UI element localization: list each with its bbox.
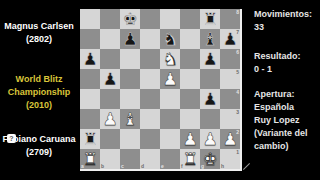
square-b6[interactable]	[100, 49, 120, 69]
black-pawn-a6[interactable]: ♟	[82, 50, 97, 69]
square-h1[interactable]: 1h	[220, 149, 240, 169]
square-c4[interactable]	[120, 89, 140, 109]
square-c1[interactable]: c	[120, 149, 140, 169]
result-label: Resultado:	[254, 50, 320, 63]
white-pawn-f2[interactable]: ♟	[182, 130, 197, 149]
square-e8[interactable]	[160, 9, 180, 29]
event-line1: World Blitz	[0, 73, 78, 86]
square-d7[interactable]	[140, 29, 160, 49]
square-a4[interactable]	[80, 89, 100, 109]
file-label-f: f	[181, 163, 183, 169]
square-h4[interactable]: 4	[220, 89, 240, 109]
square-c5[interactable]	[120, 69, 140, 89]
square-d3[interactable]	[140, 109, 160, 129]
player-bottom-rating: (2709)	[0, 146, 78, 159]
square-g5[interactable]	[200, 69, 220, 89]
white-pawn-b3[interactable]: ♟	[102, 110, 117, 129]
result-value: 0 - 1	[254, 63, 320, 76]
rank-label-8: 8	[236, 9, 239, 15]
white-king-g1[interactable]: ♚	[202, 150, 217, 169]
file-label-c: c	[121, 163, 124, 169]
white-pawn-g2[interactable]: ♟	[202, 130, 217, 149]
square-h5[interactable]: 5	[220, 69, 240, 89]
square-g1[interactable]: g♚	[200, 149, 220, 169]
square-g2[interactable]: ♟	[200, 129, 220, 149]
left-panel: Magnus Carlsen (2802) World Blitz Champi…	[0, 0, 78, 180]
white-bishop-c3[interactable]: ♝	[122, 110, 137, 129]
right-panel: Movimientos: 33 Resultado: 0 - 1 Apertur…	[254, 0, 320, 180]
square-f7[interactable]	[180, 29, 200, 49]
rank-label-1: 1	[236, 149, 239, 155]
square-c3[interactable]: ♝	[120, 109, 140, 129]
rank-label-4: 4	[236, 89, 239, 95]
chess-board[interactable]: ♚♜8♟♞♝7♟♟♞♟6♟♟5♟4♟♝3♜♟♟2♟a♜bcdef♜g♚1h	[80, 9, 242, 171]
square-f5[interactable]	[180, 69, 200, 89]
square-a2[interactable]: ♜	[80, 129, 100, 149]
square-f8[interactable]	[180, 9, 200, 29]
square-g8[interactable]: ♜	[200, 9, 220, 29]
rank-label-5: 5	[236, 69, 239, 75]
square-d8[interactable]	[140, 9, 160, 29]
square-h3[interactable]: 3	[220, 109, 240, 129]
black-pawn-g6[interactable]: ♟	[202, 50, 217, 69]
square-g3[interactable]	[200, 109, 220, 129]
rank-label-2: 2	[236, 129, 239, 135]
square-b1[interactable]: b	[100, 149, 120, 169]
white-rook-f1[interactable]: ♜	[182, 150, 197, 169]
square-d2[interactable]	[140, 129, 160, 149]
square-e2[interactable]	[160, 129, 180, 149]
rank-label-3: 3	[236, 109, 239, 115]
opening-line: (Variante del	[254, 127, 320, 140]
white-rook-a1[interactable]: ♜	[82, 150, 97, 169]
square-h7[interactable]: 7♟	[220, 29, 240, 49]
black-pawn-g4[interactable]: ♟	[202, 90, 217, 109]
square-h2[interactable]: 2♟	[220, 129, 240, 149]
file-label-b: b	[101, 163, 104, 169]
opening-line: Española	[254, 101, 320, 114]
square-h6[interactable]: 6	[220, 49, 240, 69]
square-b7[interactable]	[100, 29, 120, 49]
square-a1[interactable]: a♜	[80, 149, 100, 169]
square-f3[interactable]	[180, 109, 200, 129]
file-label-g: g	[201, 163, 204, 169]
square-d5[interactable]	[140, 69, 160, 89]
player-top-rating: (2802)	[0, 33, 78, 46]
square-d1[interactable]: d	[140, 149, 160, 169]
white-knight-e6[interactable]: ♞	[162, 50, 177, 69]
square-g4[interactable]: ♟	[200, 89, 220, 109]
black-pawn-c7[interactable]: ♟	[122, 30, 137, 49]
square-e6[interactable]: ♞	[160, 49, 180, 69]
black-pawn-b5[interactable]: ♟	[102, 70, 117, 89]
event-line3: (2010)	[0, 99, 78, 112]
square-e7[interactable]: ♞	[160, 29, 180, 49]
square-a5[interactable]	[80, 69, 100, 89]
moves-value: 33	[254, 21, 320, 34]
event-line2: Championship	[0, 86, 78, 99]
square-b2[interactable]	[100, 129, 120, 149]
black-rook-g8[interactable]: ♜	[202, 10, 217, 29]
file-label-d: d	[141, 163, 144, 169]
square-f2[interactable]: ♟	[180, 129, 200, 149]
opening-label: Apertura:	[254, 88, 320, 101]
square-a3[interactable]	[80, 109, 100, 129]
square-e3[interactable]	[160, 109, 180, 129]
square-f6[interactable]	[180, 49, 200, 69]
square-b3[interactable]: ♟	[100, 109, 120, 129]
square-f1[interactable]: f♜	[180, 149, 200, 169]
event-title: World Blitz Championship (2010)	[0, 73, 78, 112]
square-a8[interactable]	[80, 9, 100, 29]
black-rook-a2[interactable]: ♜	[82, 130, 97, 149]
square-c6[interactable]	[120, 49, 140, 69]
white-pawn-e5[interactable]: ♟	[162, 70, 177, 89]
moves-label: Movimientos:	[254, 8, 320, 21]
square-a7[interactable]	[80, 29, 100, 49]
file-label-a: a	[81, 163, 84, 169]
black-king-c8[interactable]: ♚	[122, 10, 137, 29]
board-corner-mark	[243, 163, 250, 170]
opening-line: cambio)	[254, 140, 320, 153]
square-b5[interactable]: ♟	[100, 69, 120, 89]
file-label-h: h	[221, 163, 224, 169]
file-label-e: e	[161, 163, 164, 169]
square-g7[interactable]: ♝	[200, 29, 220, 49]
square-d4[interactable]	[140, 89, 160, 109]
result-block: Resultado: 0 - 1	[254, 50, 320, 76]
square-b8[interactable]	[100, 9, 120, 29]
moves-block: Movimientos: 33	[254, 8, 320, 34]
black-knight-e7[interactable]: ♞	[162, 30, 177, 49]
square-d6[interactable]	[140, 49, 160, 69]
player-top-name: Magnus Carlsen	[0, 20, 78, 33]
square-e1[interactable]: e	[160, 149, 180, 169]
opening-block: Apertura: Española Ruy Lopez (Variante d…	[254, 88, 320, 153]
square-c7[interactable]: ♟	[120, 29, 140, 49]
square-b4[interactable]	[100, 89, 120, 109]
square-a6[interactable]: ♟	[80, 49, 100, 69]
square-e5[interactable]: ♟	[160, 69, 180, 89]
move-annotation-badge: ?	[7, 134, 16, 143]
square-f4[interactable]	[180, 89, 200, 109]
square-g6[interactable]: ♟	[200, 49, 220, 69]
opening-line: Ruy Lopez	[254, 114, 320, 127]
rank-label-6: 6	[236, 49, 239, 55]
player-top: Magnus Carlsen (2802)	[0, 20, 78, 46]
rank-label-7: 7	[236, 29, 239, 35]
square-c2[interactable]	[120, 129, 140, 149]
square-h8[interactable]: 8	[220, 9, 240, 29]
square-e4[interactable]	[160, 89, 180, 109]
square-c8[interactable]: ♚	[120, 9, 140, 29]
black-bishop-g7[interactable]: ♝	[202, 30, 217, 49]
